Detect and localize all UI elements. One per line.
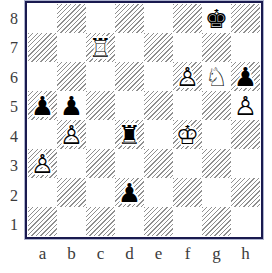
square-g4[interactable] [202,120,231,149]
square-a8[interactable] [28,4,57,33]
square-h1[interactable] [231,207,260,236]
square-h5[interactable]: ♙ [231,91,260,120]
rank-label-8: 8 [10,11,18,27]
square-c4[interactable] [86,120,115,149]
file-label-h: h [241,245,250,262]
file-label-g: g [212,245,221,262]
square-b1[interactable] [57,207,86,236]
square-f3[interactable] [173,149,202,178]
rank-label-6: 6 [10,70,18,86]
piece-bP-b5: ♟ [60,93,83,119]
square-b7[interactable] [57,33,86,62]
chess-diagram: 87654321 ♚♖♙♘♟♟♟♙♙♜♔♙♟ abcdefgh [0,1,272,267]
square-g3[interactable] [202,149,231,178]
square-d7[interactable] [115,33,144,62]
chess-diagram-page: 87654321 ♚♖♙♘♟♟♟♙♙♜♔♙♟ abcdefgh [0,0,272,273]
rank-label-3: 3 [10,158,18,174]
piece-bR-d4: ♜ [118,122,141,148]
square-e6[interactable] [144,62,173,91]
square-e5[interactable] [144,91,173,120]
square-f5[interactable] [173,91,202,120]
piece-bP-d2: ♟ [118,180,141,206]
square-h3[interactable] [231,149,260,178]
square-d8[interactable] [115,4,144,33]
file-label-b: b [67,245,76,262]
square-f4[interactable]: ♔ [173,120,202,149]
square-f8[interactable] [173,4,202,33]
square-g1[interactable] [202,207,231,236]
corner-spacer [0,240,25,267]
square-a3[interactable]: ♙ [28,149,57,178]
piece-bK-g8: ♚ [205,6,228,32]
rank-label-5: 5 [10,99,18,115]
square-b2[interactable] [57,178,86,207]
square-c3[interactable] [86,149,115,178]
piece-wN-g6: ♘ [205,64,228,90]
square-d6[interactable] [115,62,144,91]
rank-labels: 87654321 [0,1,25,240]
file-label-e: e [155,245,163,262]
square-c6[interactable] [86,62,115,91]
square-f1[interactable] [173,207,202,236]
piece-wP-b4: ♙ [60,122,83,148]
rank-label-1: 1 [10,217,18,233]
square-c8[interactable] [86,4,115,33]
square-d1[interactable] [115,207,144,236]
square-d3[interactable] [115,149,144,178]
square-d4[interactable]: ♜ [115,120,144,149]
square-g7[interactable] [202,33,231,62]
file-labels: abcdefgh [28,240,260,267]
square-a2[interactable] [28,178,57,207]
square-a6[interactable] [28,62,57,91]
square-c2[interactable] [86,178,115,207]
square-a1[interactable] [28,207,57,236]
square-g6[interactable]: ♘ [202,62,231,91]
square-d5[interactable] [115,91,144,120]
chess-board: ♚♖♙♘♟♟♟♙♙♜♔♙♟ [25,1,263,239]
rank-label-7: 7 [10,40,18,56]
square-h7[interactable] [231,33,260,62]
square-a5[interactable]: ♟ [28,91,57,120]
square-b6[interactable] [57,62,86,91]
square-b4[interactable]: ♙ [57,120,86,149]
square-h2[interactable] [231,178,260,207]
piece-wP-h5: ♙ [234,93,257,119]
square-a7[interactable] [28,33,57,62]
piece-bP-h6: ♟ [234,64,257,90]
square-d2[interactable]: ♟ [115,178,144,207]
square-b5[interactable]: ♟ [57,91,86,120]
square-g2[interactable] [202,178,231,207]
square-c1[interactable] [86,207,115,236]
piece-wP-f6: ♙ [176,64,199,90]
file-label-d: d [125,245,134,262]
file-label-c: c [97,245,105,262]
square-a4[interactable] [28,120,57,149]
rank-label-4: 4 [10,129,18,145]
square-f7[interactable] [173,33,202,62]
rank-label-2: 2 [10,188,18,204]
square-g5[interactable] [202,91,231,120]
piece-bP-a5: ♟ [31,93,54,119]
square-e3[interactable] [144,149,173,178]
square-e7[interactable] [144,33,173,62]
file-label-f: f [185,245,191,262]
square-b8[interactable] [57,4,86,33]
square-e1[interactable] [144,207,173,236]
square-h4[interactable] [231,120,260,149]
square-f6[interactable]: ♙ [173,62,202,91]
square-f2[interactable] [173,178,202,207]
square-h6[interactable]: ♟ [231,62,260,91]
piece-wK-f4: ♔ [176,122,199,148]
piece-wP-a3: ♙ [31,151,54,177]
square-g8[interactable]: ♚ [202,4,231,33]
square-e4[interactable] [144,120,173,149]
square-b3[interactable] [57,149,86,178]
piece-wR-c7: ♖ [89,35,112,61]
square-c5[interactable] [86,91,115,120]
square-c7[interactable]: ♖ [86,33,115,62]
square-h8[interactable] [231,4,260,33]
square-e8[interactable] [144,4,173,33]
file-label-a: a [39,245,47,262]
square-e2[interactable] [144,178,173,207]
